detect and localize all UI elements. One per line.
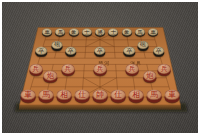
piece-character: 仕 <box>75 89 90 100</box>
piece-black-chariot[interactable]: 車 <box>42 28 52 37</box>
piece-black-cannon[interactable]: 砲 <box>137 41 148 51</box>
piece-black-advisor[interactable]: 士 <box>82 28 92 37</box>
piece-red-chariot[interactable]: 車 <box>21 89 36 103</box>
piece-black-soldier[interactable]: 卒 <box>94 47 105 57</box>
piece-red-advisor[interactable]: 仕 <box>111 89 126 103</box>
piece-black-advisor[interactable]: 士 <box>108 28 118 37</box>
piece-black-soldier[interactable]: 卒 <box>124 47 135 57</box>
piece-black-soldier[interactable]: 卒 <box>36 47 47 57</box>
piece-red-horse[interactable]: 馬 <box>39 89 54 103</box>
piece-red-cannon[interactable]: 炮 <box>143 71 156 83</box>
piece-character: 馬 <box>147 89 162 100</box>
piece-character: 車 <box>21 89 36 100</box>
piece-black-cannon[interactable]: 砲 <box>52 41 63 51</box>
piece-red-soldier[interactable]: 兵 <box>126 64 139 76</box>
piece-red-chariot[interactable]: 車 <box>165 89 180 103</box>
piece-character: 車 <box>165 89 180 100</box>
piece-red-elephant[interactable]: 相 <box>129 89 144 103</box>
piece-character: 炮 <box>143 71 156 81</box>
piece-character: 炮 <box>44 71 57 81</box>
piece-black-horse[interactable]: 馬 <box>55 28 65 37</box>
piece-character: 仕 <box>111 89 126 100</box>
piece-character: 相 <box>129 89 144 100</box>
piece-black-general[interactable]: 將 <box>95 28 105 37</box>
piece-black-soldier[interactable]: 卒 <box>153 47 164 57</box>
screenshot-frame: 楚河 漢界 車馬象士將士象馬車砲砲卒卒卒卒卒兵兵兵兵兵炮炮車馬相仕帥仕相馬車 <box>0 0 200 135</box>
piece-character: 相 <box>57 89 72 100</box>
piece-black-horse[interactable]: 馬 <box>135 28 145 37</box>
piece-character: 馬 <box>39 89 54 100</box>
piece-red-soldier[interactable]: 兵 <box>158 64 171 76</box>
piece-black-soldier[interactable]: 卒 <box>65 47 76 57</box>
piece-black-elephant[interactable]: 象 <box>69 28 79 37</box>
piece-character: 帥 <box>93 89 108 100</box>
piece-red-cannon[interactable]: 炮 <box>44 71 57 83</box>
piece-red-general[interactable]: 帥 <box>93 89 108 103</box>
pieces-layer: 車馬象士將士象馬車砲砲卒卒卒卒卒兵兵兵兵兵炮炮車馬相仕帥仕相馬車 <box>0 0 200 135</box>
piece-black-elephant[interactable]: 象 <box>122 28 132 37</box>
piece-red-soldier[interactable]: 兵 <box>29 64 42 76</box>
piece-red-soldier[interactable]: 兵 <box>61 64 74 76</box>
piece-red-soldier[interactable]: 兵 <box>94 64 107 76</box>
piece-red-elephant[interactable]: 相 <box>57 89 72 103</box>
piece-black-chariot[interactable]: 車 <box>148 28 158 37</box>
piece-red-advisor[interactable]: 仕 <box>75 89 90 103</box>
piece-red-horse[interactable]: 馬 <box>147 89 162 103</box>
